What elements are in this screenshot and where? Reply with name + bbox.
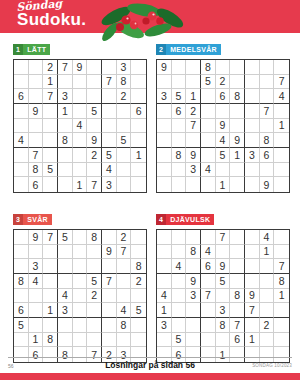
puzzle-1-latt: 1 LÄTT 2793178673291564489572518546173: [13, 38, 147, 193]
cell-r7c2: 7: [29, 148, 44, 163]
cell-r4c3[interactable]: [43, 104, 58, 119]
sudoku-grid-1: 2793178673291564489572518546173: [13, 59, 147, 193]
cell-r9c8[interactable]: [117, 177, 132, 192]
cell-r1c6[interactable]: [230, 60, 245, 75]
cell-r3c7[interactable]: [245, 89, 260, 104]
cell-r7c5: 5: [216, 148, 231, 163]
cell-r6c2[interactable]: [29, 133, 44, 148]
cell-r4c2[interactable]: [172, 274, 187, 289]
puzzle-4-djavulsk: 4 DJÄVULSK 74841469795843789113738725616…: [156, 208, 290, 363]
cell-r4c9: 6: [131, 104, 146, 119]
cell-r7c6[interactable]: [87, 318, 102, 333]
cell-r8c4[interactable]: [201, 333, 216, 348]
cell-r6c3[interactable]: [186, 133, 201, 148]
difficulty-badge-1: 1 LÄTT: [13, 44, 50, 55]
cell-r5c3[interactable]: [43, 119, 58, 134]
cell-r1c7[interactable]: [102, 60, 117, 75]
cell-r5c3: 3: [186, 289, 201, 304]
cell-r8c4: 4: [201, 163, 216, 178]
cell-r7c4[interactable]: [58, 318, 73, 333]
puzzle-3-svar: 3 SVÅR 975829738845724261345581868723: [13, 208, 147, 363]
cell-r8c1[interactable]: [14, 163, 29, 178]
cell-r2c2[interactable]: [172, 245, 187, 260]
cell-r9c8: 9: [260, 177, 275, 192]
cell-r5c6: 8: [230, 289, 245, 304]
cell-r3c6[interactable]: [87, 89, 102, 104]
edition-text: SÖNDAG 10/2023: [252, 363, 292, 368]
cell-r5c7[interactable]: [245, 119, 260, 134]
cell-r2c4: 4: [201, 245, 216, 260]
cell-r8c1[interactable]: [157, 333, 172, 348]
cell-r4c9[interactable]: [274, 104, 289, 119]
cell-r1c2[interactable]: [172, 230, 187, 245]
cell-r2c1[interactable]: [157, 245, 172, 260]
cell-r7c3[interactable]: [186, 318, 201, 333]
cell-r7c2[interactable]: [29, 318, 44, 333]
cell-r4c4[interactable]: [201, 274, 216, 289]
cell-r6c4: 3: [58, 303, 73, 318]
cell-r3c8[interactable]: [260, 89, 275, 104]
cell-r4c1[interactable]: [157, 274, 172, 289]
cell-r5c8[interactable]: [117, 119, 132, 134]
cell-r3c2: 5: [172, 89, 187, 104]
badge-number: 3: [13, 214, 23, 225]
cell-r7c9[interactable]: [274, 148, 289, 163]
cell-r6c9[interactable]: [274, 303, 289, 318]
cell-r2c3: 1: [43, 75, 58, 90]
cell-r5c8[interactable]: [260, 289, 275, 304]
cell-r6c8: 4: [117, 303, 132, 318]
cell-r1c3[interactable]: [186, 60, 201, 75]
cell-r7c3[interactable]: [43, 148, 58, 163]
cell-r5c5: 4: [73, 119, 88, 134]
cell-r5c8[interactable]: [117, 289, 132, 304]
cell-r7c3: 9: [186, 148, 201, 163]
cell-r8c3: 8: [43, 333, 58, 348]
cell-r6c6[interactable]: [87, 303, 102, 318]
cell-r5c1[interactable]: [14, 289, 29, 304]
cell-r1c9[interactable]: [131, 230, 146, 245]
cell-r1c1[interactable]: [14, 60, 29, 75]
cell-r4c3[interactable]: [43, 274, 58, 289]
holly-icon: [86, 0, 196, 50]
cell-r8c7[interactable]: [102, 333, 117, 348]
cell-r5c5[interactable]: [216, 289, 231, 304]
cell-r1c5: 7: [216, 230, 231, 245]
cell-r2c5[interactable]: [216, 245, 231, 260]
cell-r2c5: 2: [216, 75, 231, 90]
cell-r4c1: 8: [14, 274, 29, 289]
cell-r9c1[interactable]: [157, 177, 172, 192]
cell-r1c7[interactable]: [102, 230, 117, 245]
cell-r8c5[interactable]: [73, 163, 88, 178]
cell-r1c4: 7: [58, 60, 73, 75]
cell-r9c1[interactable]: [14, 177, 29, 192]
cell-r7c1[interactable]: [157, 148, 172, 163]
cell-r7c4[interactable]: [58, 148, 73, 163]
cell-r7c7[interactable]: [245, 318, 260, 333]
cell-r5c7[interactable]: [102, 119, 117, 134]
cell-r5c3: 7: [186, 119, 201, 134]
cell-r2c5[interactable]: [73, 245, 88, 260]
footer-divider: [8, 357, 292, 358]
cell-r5c7: 9: [245, 289, 260, 304]
cell-r2c1[interactable]: [14, 245, 29, 260]
cell-r9c3[interactable]: [43, 177, 58, 192]
cell-r4c8[interactable]: [117, 274, 132, 289]
cell-r2c3: 8: [186, 245, 201, 260]
cell-r8c8[interactable]: [260, 163, 275, 178]
cell-r5c2[interactable]: [172, 119, 187, 134]
cell-r3c8: 2: [117, 89, 132, 104]
cell-r8c8[interactable]: [260, 333, 275, 348]
cell-r8c4[interactable]: [58, 333, 73, 348]
cell-r3c7[interactable]: [102, 89, 117, 104]
cell-r8c2[interactable]: [172, 163, 187, 178]
cell-r8c2: 5: [172, 333, 187, 348]
cell-r4c5[interactable]: [73, 274, 88, 289]
sudoku-grid-4: 748414697958437891137387256161: [156, 229, 290, 363]
cell-r3c2[interactable]: [29, 89, 44, 104]
cell-r5c4[interactable]: [201, 119, 216, 134]
cell-r5c1[interactable]: [14, 119, 29, 134]
cell-r5c7[interactable]: [102, 289, 117, 304]
cell-r6c6: 9: [87, 133, 102, 148]
cell-r3c3: 1: [186, 89, 201, 104]
cell-r6c1: 6: [14, 303, 29, 318]
cell-r8c2: 1: [29, 333, 44, 348]
cell-r1c4: 5: [58, 230, 73, 245]
cell-r5c2[interactable]: [29, 119, 44, 134]
cell-r9c2: 6: [29, 177, 44, 192]
cell-r3c9: 4: [274, 89, 289, 104]
cell-r6c7[interactable]: [245, 133, 260, 148]
cell-r7c4[interactable]: [201, 148, 216, 163]
cell-r2c1[interactable]: [14, 75, 29, 90]
cell-r2c3[interactable]: [186, 75, 201, 90]
difficulty-badge-3: 3 SVÅR: [13, 214, 52, 225]
cell-r5c9: 1: [274, 119, 289, 134]
cell-r2c2[interactable]: [29, 245, 44, 260]
cell-r8c6[interactable]: [230, 163, 245, 178]
cell-r1c8: 4: [260, 230, 275, 245]
cell-r3c6[interactable]: [230, 259, 245, 274]
cell-r4c5: 5: [216, 274, 231, 289]
cell-r8c9[interactable]: [131, 163, 146, 178]
cell-r9c6[interactable]: [230, 177, 245, 192]
cell-r8c5[interactable]: [216, 333, 231, 348]
cell-r3c9[interactable]: [131, 89, 146, 104]
cell-r2c9[interactable]: [274, 245, 289, 260]
cell-r4c2: 6: [172, 104, 187, 119]
cell-r4c9: 2: [131, 274, 146, 289]
cell-r8c3: 3: [186, 163, 201, 178]
cell-r4c5[interactable]: [73, 104, 88, 119]
badge-number: 1: [13, 44, 23, 55]
cell-r2c6[interactable]: [87, 75, 102, 90]
cell-r5c9[interactable]: [131, 119, 146, 134]
cell-r4c9: 8: [274, 274, 289, 289]
cell-r1c3: 2: [43, 60, 58, 75]
cell-r4c2: 4: [29, 274, 44, 289]
cell-r4c6: 5: [87, 104, 102, 119]
cell-r1c7[interactable]: [245, 60, 260, 75]
cell-r7c5[interactable]: [73, 148, 88, 163]
badge-number: 4: [156, 214, 166, 225]
cell-r7c2[interactable]: [172, 318, 187, 333]
cell-r1c8: 3: [117, 60, 132, 75]
cell-r3c8[interactable]: [260, 259, 275, 274]
cell-r1c8[interactable]: [260, 60, 275, 75]
cell-r4c7: 7: [102, 274, 117, 289]
badge-label: SVÅR: [23, 214, 52, 225]
cell-r9c4[interactable]: [201, 177, 216, 192]
cell-r7c2: 8: [172, 148, 187, 163]
cell-r4c8[interactable]: [260, 274, 275, 289]
cell-r9c9[interactable]: [131, 177, 146, 192]
cell-r8c1[interactable]: [157, 163, 172, 178]
cell-r5c6[interactable]: [230, 119, 245, 134]
sudoku-grid-3: 975829738845724261345581868723: [13, 229, 147, 363]
cell-r4c7[interactable]: [102, 104, 117, 119]
cell-r2c8: 7: [117, 245, 132, 260]
cell-r6c9: 5: [131, 303, 146, 318]
cell-r6c1: 1: [157, 303, 172, 318]
cell-r5c6[interactable]: [87, 119, 102, 134]
cell-r3c5[interactable]: [73, 259, 88, 274]
cell-r5c8[interactable]: [260, 119, 275, 134]
brand-main-text: Sudoku.: [17, 11, 86, 28]
sudoku-grid-2: 985273516846277914988951363419: [156, 59, 290, 193]
cell-r8c3[interactable]: [186, 333, 201, 348]
cell-r6c5[interactable]: [73, 303, 88, 318]
cell-r9c2[interactable]: [172, 177, 187, 192]
cell-r3c2: 3: [29, 259, 44, 274]
cell-r1c4: 8: [201, 60, 216, 75]
cell-r6c7[interactable]: [102, 303, 117, 318]
cell-r5c2[interactable]: [29, 289, 44, 304]
cell-r8c7: 1: [245, 333, 260, 348]
cell-r2c7: 9: [102, 245, 117, 260]
cell-r4c4[interactable]: [58, 274, 73, 289]
cell-r5c2[interactable]: [172, 289, 187, 304]
cell-r8c3: 5: [43, 163, 58, 178]
cell-r9c3[interactable]: [186, 177, 201, 192]
cell-r6c1: 4: [14, 133, 29, 148]
cell-r3c6[interactable]: [87, 259, 102, 274]
cell-r8c6[interactable]: [87, 333, 102, 348]
cell-r1c2[interactable]: [29, 60, 44, 75]
cell-r5c1[interactable]: [157, 119, 172, 134]
cell-r3c1[interactable]: [14, 259, 29, 274]
cell-r2c8[interactable]: [260, 75, 275, 90]
cell-r2c8: 8: [117, 75, 132, 90]
cell-r7c7: 5: [102, 148, 117, 163]
cell-r2c6[interactable]: [230, 245, 245, 260]
cell-r2c9[interactable]: [131, 245, 146, 260]
cell-r7c4[interactable]: [201, 318, 216, 333]
cell-r8c4[interactable]: [58, 163, 73, 178]
cell-r1c6[interactable]: [230, 230, 245, 245]
cell-r8c5[interactable]: [73, 333, 88, 348]
cell-r1c3: 7: [43, 230, 58, 245]
cell-r5c4[interactable]: [58, 119, 73, 134]
cell-r4c8[interactable]: [117, 104, 132, 119]
cell-r3c9: 8: [131, 259, 146, 274]
cell-r2c9[interactable]: [131, 75, 146, 90]
cell-r2c2[interactable]: [29, 75, 44, 90]
cell-r2c9: 7: [274, 75, 289, 90]
cell-r6c3[interactable]: [43, 133, 58, 148]
cell-r4c4: 1: [58, 104, 73, 119]
cell-r4c3: 2: [186, 104, 201, 119]
cell-r7c1[interactable]: [14, 148, 29, 163]
cell-r3c4[interactable]: [58, 259, 73, 274]
cell-r6c4[interactable]: [201, 303, 216, 318]
cell-r2c7[interactable]: [245, 245, 260, 260]
cell-r5c3[interactable]: [43, 289, 58, 304]
cell-r7c9: 1: [131, 148, 146, 163]
cell-r4c7[interactable]: [245, 274, 260, 289]
cell-r5c4: 4: [58, 289, 73, 304]
cell-r2c1[interactable]: [157, 75, 172, 90]
cell-r6c9[interactable]: [131, 133, 146, 148]
cell-r1c1: 9: [157, 60, 172, 75]
cell-r6c9[interactable]: [274, 133, 289, 148]
cell-r3c7[interactable]: [245, 259, 260, 274]
cell-r4c6[interactable]: [230, 274, 245, 289]
cell-r6c2[interactable]: [29, 303, 44, 318]
cell-r3c1[interactable]: [157, 259, 172, 274]
cell-r8c7: 4: [102, 163, 117, 178]
badge-label: DJÄVULSK: [166, 214, 214, 225]
cell-r7c6: 7: [230, 318, 245, 333]
cell-r4c1[interactable]: [14, 104, 29, 119]
cell-r4c1[interactable]: [157, 104, 172, 119]
cell-r2c7: 7: [102, 75, 117, 90]
cell-r1c2[interactable]: [172, 60, 187, 75]
cell-r1c9[interactable]: [131, 60, 146, 75]
cell-r1c7[interactable]: [245, 230, 260, 245]
cell-r6c7[interactable]: [102, 133, 117, 148]
cell-r3c8[interactable]: [117, 259, 132, 274]
cell-r3c3: 7: [43, 89, 58, 104]
cell-r8c1[interactable]: [14, 333, 29, 348]
cell-r6c2[interactable]: [172, 133, 187, 148]
cell-r2c7[interactable]: [245, 75, 260, 90]
cell-r4c3: 9: [186, 274, 201, 289]
cell-r7c8: 6: [260, 148, 275, 163]
cell-r4c6[interactable]: [230, 104, 245, 119]
cell-r7c9[interactable]: [274, 318, 289, 333]
cell-r1c9[interactable]: [274, 230, 289, 245]
cell-r3c3[interactable]: [43, 259, 58, 274]
cell-r3c4: 6: [201, 259, 216, 274]
cell-r8c9[interactable]: [274, 163, 289, 178]
cell-r7c7[interactable]: [102, 318, 117, 333]
cell-r8c8[interactable]: [117, 163, 132, 178]
cell-r7c6: 2: [87, 148, 102, 163]
cell-r8c9[interactable]: [274, 333, 289, 348]
cell-r3c3[interactable]: [186, 259, 201, 274]
cell-r3c7[interactable]: [102, 259, 117, 274]
cell-r4c6: 5: [87, 274, 102, 289]
cell-r5c4: 7: [201, 289, 216, 304]
cell-r6c6: 9: [230, 133, 245, 148]
cell-r1c8: 2: [117, 230, 132, 245]
brand-logo: Söndag Sudoku.: [17, 2, 86, 28]
cell-r6c8: 8: [260, 133, 275, 148]
cell-r8c7[interactable]: [245, 163, 260, 178]
cell-r1c3[interactable]: [186, 230, 201, 245]
cell-r2c5[interactable]: [73, 75, 88, 90]
cell-r8c5[interactable]: [216, 163, 231, 178]
cell-r7c3[interactable]: [43, 318, 58, 333]
cell-r3c1: 6: [14, 89, 29, 104]
cell-r2c6[interactable]: [87, 245, 102, 260]
cell-r1c6[interactable]: [87, 60, 102, 75]
cell-r1c4[interactable]: [201, 230, 216, 245]
cell-r2c6[interactable]: [230, 75, 245, 90]
cell-r2c4[interactable]: [58, 75, 73, 90]
cell-r5c5[interactable]: [73, 289, 88, 304]
cell-r4c2: 9: [29, 104, 44, 119]
cell-r6c8[interactable]: [260, 303, 275, 318]
cell-r4c8: 7: [260, 104, 275, 119]
cell-r3c1: 3: [157, 89, 172, 104]
cell-r6c5[interactable]: [73, 133, 88, 148]
cell-r6c8: 5: [117, 133, 132, 148]
cell-r9c4[interactable]: [58, 177, 73, 192]
cell-r2c4[interactable]: [58, 245, 73, 260]
cell-r1c5[interactable]: [216, 60, 231, 75]
cell-r4c7[interactable]: [245, 104, 260, 119]
cell-r3c5: 9: [216, 259, 231, 274]
cell-r4c4[interactable]: [201, 104, 216, 119]
difficulty-badge-4: 4 DJÄVULSK: [156, 214, 214, 225]
cell-r5c1: 4: [157, 289, 172, 304]
cell-r7c5: 8: [216, 318, 231, 333]
cell-r8c9[interactable]: [131, 333, 146, 348]
cell-r6c2[interactable]: [172, 303, 187, 318]
cell-r1c1[interactable]: [157, 230, 172, 245]
cell-r3c5[interactable]: [73, 89, 88, 104]
cell-r4c5[interactable]: [216, 104, 231, 119]
cell-r6c3[interactable]: [186, 303, 201, 318]
cell-r7c9[interactable]: [131, 318, 146, 333]
cell-r3c4[interactable]: [201, 89, 216, 104]
cell-r8c8[interactable]: [117, 333, 132, 348]
cell-r7c8: 2: [260, 318, 275, 333]
cell-r1c1[interactable]: [14, 230, 29, 245]
cell-r9c5: 1: [73, 177, 88, 192]
cell-r6c1[interactable]: [157, 133, 172, 148]
bottom-bar: [0, 373, 300, 380]
cell-r9c7[interactable]: [245, 177, 260, 192]
cell-r6c5: 3: [216, 303, 231, 318]
cell-r6c6[interactable]: [230, 303, 245, 318]
cell-r5c9: 1: [274, 289, 289, 304]
cell-r2c2[interactable]: [172, 75, 187, 90]
cell-r7c8[interactable]: [117, 148, 132, 163]
cell-r5c9[interactable]: [131, 289, 146, 304]
cell-r7c5[interactable]: [73, 318, 88, 333]
cell-r1c9[interactable]: [274, 60, 289, 75]
cell-r2c3[interactable]: [43, 245, 58, 260]
cell-r1c5[interactable]: [73, 230, 88, 245]
cell-r6c4[interactable]: [201, 133, 216, 148]
cell-r8c6[interactable]: [87, 163, 102, 178]
